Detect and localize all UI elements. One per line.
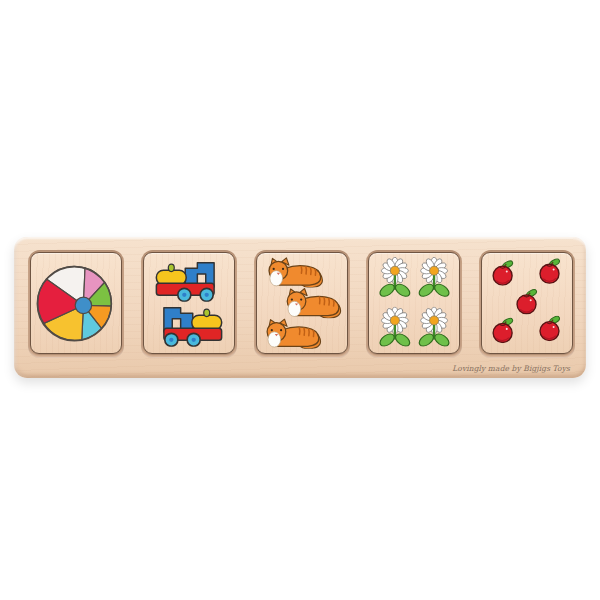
brand-caption: Lovingly made by Bigjigs Toys [452, 364, 570, 373]
tile-1-ball[interactable] [30, 252, 122, 354]
slot-2-recess [141, 250, 237, 358]
cat-icon [287, 289, 339, 317]
tile-row [14, 237, 586, 358]
puzzle-board: Lovingly made by Bigjigs Toys [14, 237, 586, 378]
slot-3-recess [254, 250, 350, 358]
daisy-icon [378, 307, 412, 348]
daisy-icon [417, 307, 451, 348]
tile-3-cats[interactable] [256, 252, 348, 354]
slot-5-recess [479, 250, 575, 358]
product-photo-background: Lovingly made by Bigjigs Toys [0, 0, 600, 600]
apple-icon [517, 288, 538, 313]
apple-icon [540, 258, 561, 283]
beach-ball-icon [37, 266, 111, 340]
apple-icon [493, 260, 514, 285]
tile-4-flowers[interactable] [368, 252, 460, 354]
slot-1-recess [28, 250, 124, 358]
apple-icon [493, 317, 514, 342]
slot-4-recess [366, 250, 462, 358]
tile-2-trains[interactable] [143, 252, 235, 354]
train-icon [164, 308, 222, 347]
cat-icon [269, 258, 321, 286]
tile-5-apples[interactable] [481, 252, 573, 354]
daisy-icon [378, 257, 412, 298]
daisy-icon [417, 257, 451, 298]
train-icon [156, 263, 214, 302]
apple-icon [540, 315, 561, 340]
cat-icon [267, 319, 319, 347]
